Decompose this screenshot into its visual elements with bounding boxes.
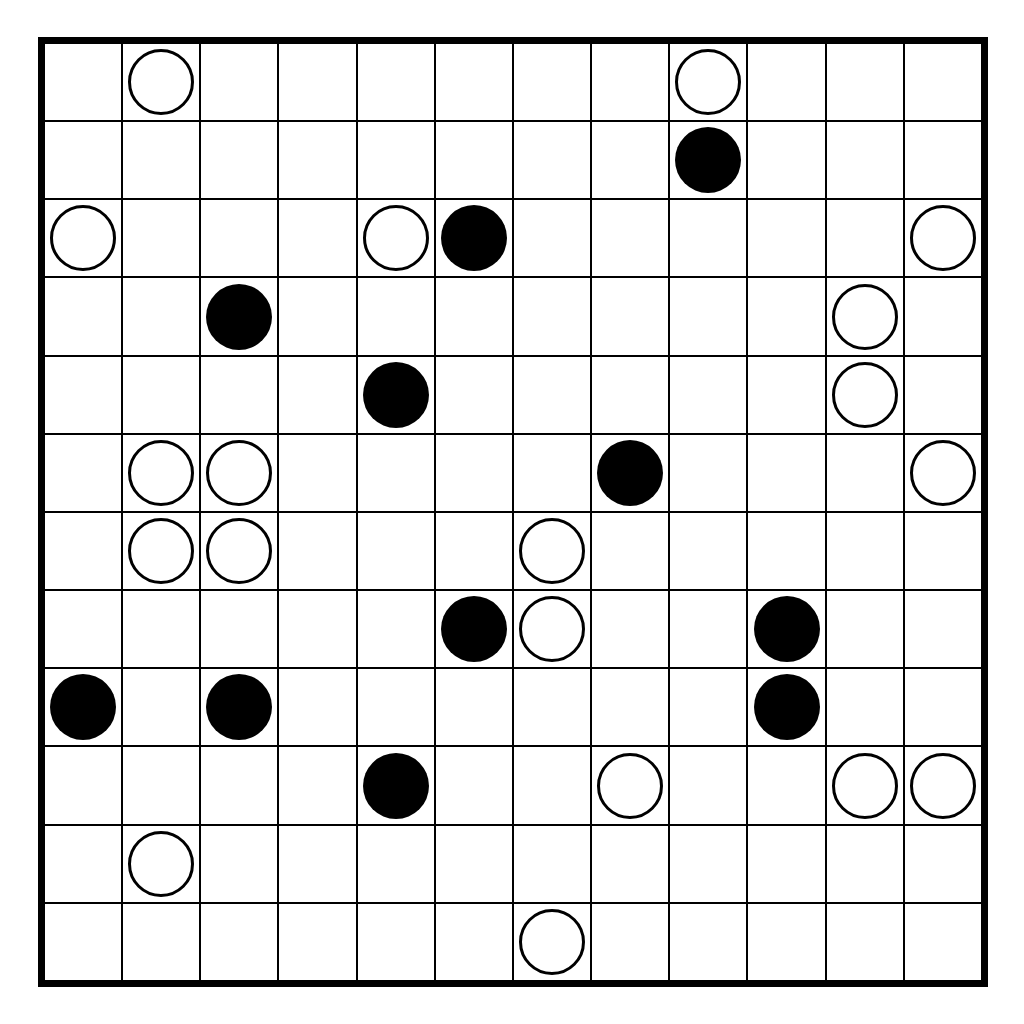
cell-r11c8[interactable] xyxy=(591,825,669,903)
cell-r7c1[interactable] xyxy=(44,512,122,590)
cell-r1c4[interactable] xyxy=(278,43,356,121)
cell-r9c5[interactable] xyxy=(357,668,435,746)
cell-r11c6[interactable] xyxy=(435,825,513,903)
cell-r5c1[interactable] xyxy=(44,356,122,434)
cell-r12c4[interactable] xyxy=(278,903,356,981)
cell-r3c5[interactable] xyxy=(357,199,435,277)
cell-r10c12[interactable] xyxy=(904,746,982,824)
cell-r11c3[interactable] xyxy=(200,825,278,903)
cell-r4c10[interactable] xyxy=(747,277,825,355)
cell-r1c6[interactable] xyxy=(435,43,513,121)
cell-r4c1[interactable] xyxy=(44,277,122,355)
cell-r6c10[interactable] xyxy=(747,434,825,512)
cell-r2c12[interactable] xyxy=(904,121,982,199)
cell-r5c5[interactable] xyxy=(357,356,435,434)
cell-r6c9[interactable] xyxy=(669,434,747,512)
cell-r3c11[interactable] xyxy=(826,199,904,277)
white-circle xyxy=(675,49,741,115)
white-circle xyxy=(519,596,585,662)
black-circle xyxy=(206,674,272,740)
cell-r5c8[interactable] xyxy=(591,356,669,434)
cell-r4c6[interactable] xyxy=(435,277,513,355)
cell-r2c4[interactable] xyxy=(278,121,356,199)
cell-r12c1[interactable] xyxy=(44,903,122,981)
black-circle xyxy=(754,596,820,662)
cell-r12c9[interactable] xyxy=(669,903,747,981)
cell-r8c5[interactable] xyxy=(357,590,435,668)
cell-r11c11[interactable] xyxy=(826,825,904,903)
cell-r10c10[interactable] xyxy=(747,746,825,824)
white-circle xyxy=(519,909,585,975)
black-circle xyxy=(363,362,429,428)
cell-r7c8[interactable] xyxy=(591,512,669,590)
white-circle xyxy=(128,49,194,115)
black-circle xyxy=(441,596,507,662)
cell-r8c6[interactable] xyxy=(435,590,513,668)
white-circle xyxy=(832,753,898,819)
cell-r8c9[interactable] xyxy=(669,590,747,668)
cell-r10c1[interactable] xyxy=(44,746,122,824)
cell-r1c11[interactable] xyxy=(826,43,904,121)
cell-r8c4[interactable] xyxy=(278,590,356,668)
cell-r3c6[interactable] xyxy=(435,199,513,277)
cell-r1c5[interactable] xyxy=(357,43,435,121)
cell-r2c6[interactable] xyxy=(435,121,513,199)
white-circle xyxy=(128,831,194,897)
cell-r12c11[interactable] xyxy=(826,903,904,981)
cell-r12c10[interactable] xyxy=(747,903,825,981)
cell-r8c11[interactable] xyxy=(826,590,904,668)
cell-r7c7[interactable] xyxy=(513,512,591,590)
black-circle xyxy=(50,674,116,740)
cell-r5c2[interactable] xyxy=(122,356,200,434)
cell-r10c7[interactable] xyxy=(513,746,591,824)
cell-r4c7[interactable] xyxy=(513,277,591,355)
cell-r6c1[interactable] xyxy=(44,434,122,512)
cell-r1c3[interactable] xyxy=(200,43,278,121)
white-circle xyxy=(128,440,194,506)
cell-r10c8[interactable] xyxy=(591,746,669,824)
black-circle xyxy=(441,205,507,271)
white-circle xyxy=(832,362,898,428)
cell-r1c8[interactable] xyxy=(591,43,669,121)
cell-r9c7[interactable] xyxy=(513,668,591,746)
cell-r6c3[interactable] xyxy=(200,434,278,512)
cell-r2c3[interactable] xyxy=(200,121,278,199)
white-circle xyxy=(206,518,272,584)
white-circle xyxy=(363,205,429,271)
cell-r8c8[interactable] xyxy=(591,590,669,668)
cell-r7c2[interactable] xyxy=(122,512,200,590)
cell-r11c10[interactable] xyxy=(747,825,825,903)
cell-r10c11[interactable] xyxy=(826,746,904,824)
cell-r4c11[interactable] xyxy=(826,277,904,355)
cell-r9c2[interactable] xyxy=(122,668,200,746)
cell-r12c5[interactable] xyxy=(357,903,435,981)
black-circle xyxy=(363,753,429,819)
cell-r3c10[interactable] xyxy=(747,199,825,277)
white-circle xyxy=(597,753,663,819)
cell-r7c5[interactable] xyxy=(357,512,435,590)
cell-r8c12[interactable] xyxy=(904,590,982,668)
cell-r9c8[interactable] xyxy=(591,668,669,746)
cell-r9c9[interactable] xyxy=(669,668,747,746)
cell-r6c4[interactable] xyxy=(278,434,356,512)
cell-r11c4[interactable] xyxy=(278,825,356,903)
white-circle xyxy=(910,440,976,506)
cell-r3c2[interactable] xyxy=(122,199,200,277)
cell-r12c12[interactable] xyxy=(904,903,982,981)
cell-r7c10[interactable] xyxy=(747,512,825,590)
cell-r10c5[interactable] xyxy=(357,746,435,824)
cell-r9c4[interactable] xyxy=(278,668,356,746)
cell-r10c6[interactable] xyxy=(435,746,513,824)
cell-r4c2[interactable] xyxy=(122,277,200,355)
cell-r6c11[interactable] xyxy=(826,434,904,512)
cell-r3c3[interactable] xyxy=(200,199,278,277)
cell-r9c11[interactable] xyxy=(826,668,904,746)
cell-r5c12[interactable] xyxy=(904,356,982,434)
white-circle xyxy=(832,284,898,350)
white-circle xyxy=(50,205,116,271)
cell-r6c8[interactable] xyxy=(591,434,669,512)
cell-r5c3[interactable] xyxy=(200,356,278,434)
cell-r6c7[interactable] xyxy=(513,434,591,512)
white-circle xyxy=(519,518,585,584)
cell-r4c3[interactable] xyxy=(200,277,278,355)
cell-r5c7[interactable] xyxy=(513,356,591,434)
cell-r3c8[interactable] xyxy=(591,199,669,277)
cell-r6c12[interactable] xyxy=(904,434,982,512)
cell-r11c1[interactable] xyxy=(44,825,122,903)
cell-r2c1[interactable] xyxy=(44,121,122,199)
cell-r9c10[interactable] xyxy=(747,668,825,746)
cell-r10c3[interactable] xyxy=(200,746,278,824)
cell-r6c5[interactable] xyxy=(357,434,435,512)
cell-r3c9[interactable] xyxy=(669,199,747,277)
cell-r12c7[interactable] xyxy=(513,903,591,981)
cell-r1c12[interactable] xyxy=(904,43,982,121)
cell-r11c7[interactable] xyxy=(513,825,591,903)
black-circle xyxy=(597,440,663,506)
cell-r1c7[interactable] xyxy=(513,43,591,121)
cell-r4c4[interactable] xyxy=(278,277,356,355)
cell-r3c4[interactable] xyxy=(278,199,356,277)
cell-r12c8[interactable] xyxy=(591,903,669,981)
cell-r11c12[interactable] xyxy=(904,825,982,903)
cell-r5c11[interactable] xyxy=(826,356,904,434)
cell-r4c9[interactable] xyxy=(669,277,747,355)
white-circle xyxy=(910,205,976,271)
cell-r2c8[interactable] xyxy=(591,121,669,199)
cell-r7c6[interactable] xyxy=(435,512,513,590)
cell-r7c9[interactable] xyxy=(669,512,747,590)
cell-r5c4[interactable] xyxy=(278,356,356,434)
cell-r2c5[interactable] xyxy=(357,121,435,199)
cell-r1c2[interactable] xyxy=(122,43,200,121)
black-circle xyxy=(675,127,741,193)
cell-r8c2[interactable] xyxy=(122,590,200,668)
cell-r7c3[interactable] xyxy=(200,512,278,590)
cell-r5c10[interactable] xyxy=(747,356,825,434)
white-circle xyxy=(128,518,194,584)
white-circle xyxy=(206,440,272,506)
cell-r1c1[interactable] xyxy=(44,43,122,121)
cell-r7c4[interactable] xyxy=(278,512,356,590)
cell-r2c9[interactable] xyxy=(669,121,747,199)
black-circle xyxy=(754,674,820,740)
cell-r6c6[interactable] xyxy=(435,434,513,512)
cell-r11c5[interactable] xyxy=(357,825,435,903)
masyu-board xyxy=(38,37,988,987)
cell-r8c7[interactable] xyxy=(513,590,591,668)
cell-r8c1[interactable] xyxy=(44,590,122,668)
cell-r12c3[interactable] xyxy=(200,903,278,981)
cell-r10c2[interactable] xyxy=(122,746,200,824)
cell-r12c6[interactable] xyxy=(435,903,513,981)
cell-r3c1[interactable] xyxy=(44,199,122,277)
cell-r2c2[interactable] xyxy=(122,121,200,199)
cell-r4c8[interactable] xyxy=(591,277,669,355)
cell-r8c3[interactable] xyxy=(200,590,278,668)
cell-r2c11[interactable] xyxy=(826,121,904,199)
cell-r3c12[interactable] xyxy=(904,199,982,277)
cell-r10c4[interactable] xyxy=(278,746,356,824)
cell-r8c10[interactable] xyxy=(747,590,825,668)
cell-r11c9[interactable] xyxy=(669,825,747,903)
cell-r5c9[interactable] xyxy=(669,356,747,434)
cell-r9c3[interactable] xyxy=(200,668,278,746)
black-circle xyxy=(206,284,272,350)
cell-r12c2[interactable] xyxy=(122,903,200,981)
cell-r2c7[interactable] xyxy=(513,121,591,199)
cell-r5c6[interactable] xyxy=(435,356,513,434)
cell-r7c11[interactable] xyxy=(826,512,904,590)
cell-r9c1[interactable] xyxy=(44,668,122,746)
cell-r6c2[interactable] xyxy=(122,434,200,512)
cell-r4c12[interactable] xyxy=(904,277,982,355)
cell-r7c12[interactable] xyxy=(904,512,982,590)
cell-r10c9[interactable] xyxy=(669,746,747,824)
white-circle xyxy=(910,753,976,819)
cell-r11c2[interactable] xyxy=(122,825,200,903)
cell-r4c5[interactable] xyxy=(357,277,435,355)
cell-r2c10[interactable] xyxy=(747,121,825,199)
cell-r3c7[interactable] xyxy=(513,199,591,277)
cell-r9c6[interactable] xyxy=(435,668,513,746)
cell-r1c9[interactable] xyxy=(669,43,747,121)
cell-r1c10[interactable] xyxy=(747,43,825,121)
cell-r9c12[interactable] xyxy=(904,668,982,746)
